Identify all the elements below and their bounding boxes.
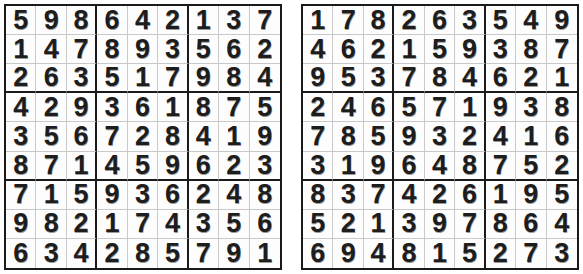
board-left-cell-r4c1: 4 — [6, 93, 36, 122]
board-right-cell-r7c3: 7 — [364, 181, 394, 210]
board-right-cell-r3c5: 8 — [425, 64, 455, 93]
board-left-cell-r3c8: 8 — [219, 64, 249, 93]
board-left-cell-r6c2: 7 — [36, 152, 66, 181]
board-left-cell-r2c2: 4 — [36, 35, 66, 64]
board-left-cell-r8c1: 9 — [6, 210, 36, 239]
board-right-cell-r1c1: 1 — [303, 6, 333, 35]
board-right-cell-r5c7: 4 — [486, 122, 516, 151]
board-left-cell-r6c5: 5 — [128, 152, 158, 181]
board-right-cell-r3c1: 9 — [303, 64, 333, 93]
board-right-cell-r9c6: 5 — [455, 239, 485, 268]
board-left-cell-r9c1: 6 — [6, 239, 36, 268]
board-left-cell-r2c7: 5 — [189, 35, 219, 64]
board-left-cell-r3c9: 4 — [250, 64, 280, 93]
board-right-cell-r6c6: 8 — [455, 152, 485, 181]
board-left-cell-r9c5: 8 — [128, 239, 158, 268]
board-left-cell-r4c7: 8 — [189, 93, 219, 122]
board-left-cell-r8c6: 4 — [158, 210, 188, 239]
board-right-cell-r4c3: 6 — [364, 93, 394, 122]
board-left-cell-r6c3: 1 — [67, 152, 97, 181]
board-left-cell-r9c9: 1 — [250, 239, 280, 268]
board-right-cell-r7c9: 5 — [547, 181, 577, 210]
board-right-cell-r6c8: 5 — [516, 152, 546, 181]
board-left-cell-r7c1: 7 — [6, 181, 36, 210]
board-left-cell-r1c3: 8 — [67, 6, 97, 35]
board-left-cell-r2c1: 1 — [6, 35, 36, 64]
board-right-cell-r1c2: 7 — [333, 6, 363, 35]
board-left-cell-r5c7: 4 — [189, 122, 219, 151]
board-left-cell-r1c4: 6 — [97, 6, 127, 35]
board-right-cell-r7c5: 2 — [425, 181, 455, 210]
board-right-cell-r6c5: 4 — [425, 152, 455, 181]
board-left-cell-r5c3: 6 — [67, 122, 97, 151]
board-left-cell-r3c5: 1 — [128, 64, 158, 93]
board-left-cell-r6c9: 3 — [250, 152, 280, 181]
board-right-cell-r6c7: 7 — [486, 152, 516, 181]
board-right-cell-r5c1: 7 — [303, 122, 333, 151]
board-right-cell-r1c6: 3 — [455, 6, 485, 35]
board-right-cell-r2c2: 6 — [333, 35, 363, 64]
board-left-cell-r5c9: 9 — [250, 122, 280, 151]
board-left-cell-r4c6: 1 — [158, 93, 188, 122]
board-left-cell-r3c7: 9 — [189, 64, 219, 93]
board-right-cell-r4c4: 5 — [394, 93, 424, 122]
board-left-cell-r3c2: 6 — [36, 64, 66, 93]
board-right-cell-r2c6: 9 — [455, 35, 485, 64]
board-left-cell-r8c9: 6 — [250, 210, 280, 239]
board-right-cell-r4c9: 8 — [547, 93, 577, 122]
board-left-cell-r4c9: 5 — [250, 93, 280, 122]
board-left-cell-r9c6: 5 — [158, 239, 188, 268]
board-right-cell-r1c5: 6 — [425, 6, 455, 35]
board-left-cell-r4c5: 6 — [128, 93, 158, 122]
board-right-cell-r8c5: 9 — [425, 210, 455, 239]
board-right-cell-r3c6: 4 — [455, 64, 485, 93]
board-right-cell-r8c8: 6 — [516, 210, 546, 239]
board-left-cell-r2c3: 7 — [67, 35, 97, 64]
board-left-cell-r7c5: 3 — [128, 181, 158, 210]
board-right-cell-r9c2: 9 — [333, 239, 363, 268]
board-right-cell-r4c6: 1 — [455, 93, 485, 122]
board-right-cell-r7c4: 4 — [394, 181, 424, 210]
board-right-cell-r7c8: 9 — [516, 181, 546, 210]
board-right-cell-r2c8: 8 — [516, 35, 546, 64]
board-right-cell-r5c2: 8 — [333, 122, 363, 151]
board-right-cell-r1c8: 4 — [516, 6, 546, 35]
board-left-cell-r7c9: 8 — [250, 181, 280, 210]
board-left-cell-r4c3: 9 — [67, 93, 97, 122]
board-left-cell-r9c8: 9 — [219, 239, 249, 268]
board-right-cell-r7c1: 8 — [303, 181, 333, 210]
board-left-cell-r5c1: 3 — [6, 122, 36, 151]
board-left-cell-r9c3: 4 — [67, 239, 97, 268]
board-right-cell-r8c9: 4 — [547, 210, 577, 239]
board-right-cell-r2c9: 7 — [547, 35, 577, 64]
board-left-cell-r1c1: 5 — [6, 6, 36, 35]
sudoku-board-left: 5986421371478935622635179844293618753567… — [4, 4, 282, 270]
board-right-cell-r4c5: 7 — [425, 93, 455, 122]
board-right-cell-r8c4: 3 — [394, 210, 424, 239]
board-left-cell-r3c1: 2 — [6, 64, 36, 93]
board-right-cell-r5c4: 9 — [394, 122, 424, 151]
board-left-cell-r8c8: 5 — [219, 210, 249, 239]
board-left-cell-r5c2: 5 — [36, 122, 66, 151]
sudoku-page: 5986421371478935622635179844293618753567… — [0, 0, 583, 274]
board-left-cell-r8c4: 1 — [97, 210, 127, 239]
board-right-cell-r8c3: 1 — [364, 210, 394, 239]
board-right-cell-r3c2: 5 — [333, 64, 363, 93]
board-left-cell-r7c8: 4 — [219, 181, 249, 210]
board-right-cell-r6c9: 2 — [547, 152, 577, 181]
board-left-cell-r6c6: 9 — [158, 152, 188, 181]
board-right-cell-r9c4: 8 — [394, 239, 424, 268]
board-right-cell-r1c3: 8 — [364, 6, 394, 35]
board-right-cell-r4c2: 4 — [333, 93, 363, 122]
board-left-cell-r8c2: 8 — [36, 210, 66, 239]
board-right-cell-r2c1: 4 — [303, 35, 333, 64]
board-left-cell-r5c8: 1 — [219, 122, 249, 151]
board-left-cell-r5c5: 2 — [128, 122, 158, 151]
board-right-cell-r5c3: 5 — [364, 122, 394, 151]
board-right-cell-r3c8: 2 — [516, 64, 546, 93]
board-left-cell-r2c9: 2 — [250, 35, 280, 64]
board-left-cell-r7c2: 1 — [36, 181, 66, 210]
board-right-cell-r1c4: 2 — [394, 6, 424, 35]
board-left-cell-r7c4: 9 — [97, 181, 127, 210]
board-right-cell-r5c9: 6 — [547, 122, 577, 151]
board-left-cell-r7c7: 2 — [189, 181, 219, 210]
board-right-cell-r7c6: 6 — [455, 181, 485, 210]
board-left-cell-r1c8: 3 — [219, 6, 249, 35]
board-right-cell-r6c2: 1 — [333, 152, 363, 181]
board-left-cell-r6c7: 6 — [189, 152, 219, 181]
board-right-cell-r9c3: 4 — [364, 239, 394, 268]
board-left-cell-r4c2: 2 — [36, 93, 66, 122]
board-left-cell-r8c5: 7 — [128, 210, 158, 239]
board-right-cell-r4c8: 3 — [516, 93, 546, 122]
board-right-cell-r9c9: 3 — [547, 239, 577, 268]
board-right-cell-r1c7: 5 — [486, 6, 516, 35]
board-left-cell-r3c3: 3 — [67, 64, 97, 93]
board-left-cell-r1c9: 7 — [250, 6, 280, 35]
board-right-cell-r8c2: 2 — [333, 210, 363, 239]
board-left-cell-r1c5: 4 — [128, 6, 158, 35]
board-right-cell-r5c8: 1 — [516, 122, 546, 151]
board-right-cell-r2c3: 2 — [364, 35, 394, 64]
board-right-cell-r9c5: 1 — [425, 239, 455, 268]
board-right-cell-r4c7: 9 — [486, 93, 516, 122]
board-right-cell-r9c8: 7 — [516, 239, 546, 268]
board-left-cell-r6c8: 2 — [219, 152, 249, 181]
board-left-cell-r7c3: 5 — [67, 181, 97, 210]
board-right-cell-r3c3: 3 — [364, 64, 394, 93]
board-right-cell-r1c9: 9 — [547, 6, 577, 35]
board-right-cell-r4c1: 2 — [303, 93, 333, 122]
board-right-cell-r8c6: 7 — [455, 210, 485, 239]
board-right-cell-r8c7: 8 — [486, 210, 516, 239]
board-right-cell-r3c4: 7 — [394, 64, 424, 93]
board-right-cell-r8c1: 5 — [303, 210, 333, 239]
board-right-cell-r5c5: 3 — [425, 122, 455, 151]
board-right-cell-r5c6: 2 — [455, 122, 485, 151]
board-left-cell-r2c4: 8 — [97, 35, 127, 64]
board-right-cell-r2c7: 3 — [486, 35, 516, 64]
board-left-cell-r8c3: 2 — [67, 210, 97, 239]
board-right-cell-r6c3: 9 — [364, 152, 394, 181]
board-left-cell-r9c2: 3 — [36, 239, 66, 268]
board-right-cell-r9c7: 2 — [486, 239, 516, 268]
board-right-cell-r2c4: 1 — [394, 35, 424, 64]
board-right-cell-r6c4: 6 — [394, 152, 424, 181]
board-right-cell-r3c7: 6 — [486, 64, 516, 93]
board-right-cell-r7c7: 1 — [486, 181, 516, 210]
board-right-cell-r6c1: 3 — [303, 152, 333, 181]
board-left-cell-r2c6: 3 — [158, 35, 188, 64]
board-left-cell-r9c7: 7 — [189, 239, 219, 268]
board-left-cell-r4c4: 3 — [97, 93, 127, 122]
board-right-cell-r2c5: 5 — [425, 35, 455, 64]
board-left-cell-r6c4: 4 — [97, 152, 127, 181]
board-right-cell-r3c9: 1 — [547, 64, 577, 93]
board-right-cell-r9c1: 6 — [303, 239, 333, 268]
board-left-cell-r4c8: 7 — [219, 93, 249, 122]
board-left-cell-r1c2: 9 — [36, 6, 66, 35]
board-left-cell-r2c8: 6 — [219, 35, 249, 64]
board-right-cell-r7c2: 3 — [333, 181, 363, 210]
board-left-cell-r5c4: 7 — [97, 122, 127, 151]
board-left-cell-r5c6: 8 — [158, 122, 188, 151]
board-left-cell-r7c6: 6 — [158, 181, 188, 210]
board-left-cell-r9c4: 2 — [97, 239, 127, 268]
board-left-cell-r2c5: 9 — [128, 35, 158, 64]
board-left-cell-r1c6: 2 — [158, 6, 188, 35]
board-left-cell-r8c7: 3 — [189, 210, 219, 239]
sudoku-board-right: 1782635494621593879537846212465719387859… — [301, 4, 579, 270]
board-left-cell-r3c6: 7 — [158, 64, 188, 93]
board-left-cell-r3c4: 5 — [97, 64, 127, 93]
board-left-cell-r1c7: 1 — [189, 6, 219, 35]
board-left-cell-r6c1: 8 — [6, 152, 36, 181]
